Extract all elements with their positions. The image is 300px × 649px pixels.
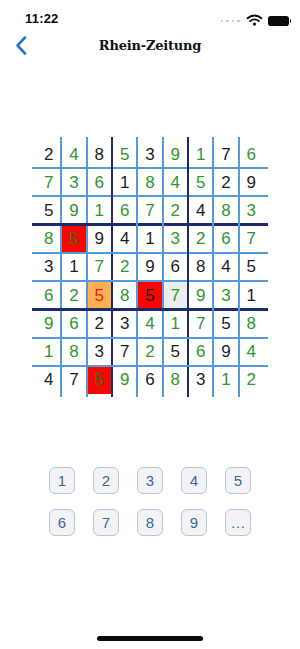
cell-r3c9[interactable]: 3 (239, 196, 264, 224)
cell-r2c5[interactable]: 8 (137, 168, 162, 196)
key-2[interactable]: 2 (93, 467, 119, 494)
cell-value: 1 (44, 343, 53, 360)
cell-value: 3 (95, 343, 104, 360)
cell-r8c6[interactable]: 5 (163, 338, 188, 366)
cell-value: 1 (95, 202, 104, 219)
cell-r6c6[interactable]: 7 (163, 281, 188, 309)
cell-r2c8[interactable]: 2 (213, 168, 238, 196)
cell-r2c7[interactable]: 5 (188, 168, 213, 196)
cell-value: 4 (221, 258, 230, 275)
cell-value: 8 (221, 202, 230, 219)
cell-r5c3[interactable]: 7 (87, 253, 112, 281)
cell-r7c3[interactable]: 2 (87, 309, 112, 337)
cell-value: 6 (221, 230, 230, 247)
cell-value: 4 (120, 230, 129, 247)
cell-value: 8 (247, 315, 256, 332)
status-icons (221, 12, 289, 30)
cell-value: 3 (171, 230, 180, 247)
cell-value: 5 (145, 287, 154, 304)
cell-value: 2 (145, 343, 154, 360)
cell-r9c2[interactable]: 7 (61, 366, 86, 394)
cell-value: 8 (95, 146, 104, 163)
cell-r6c5[interactable]: 5 (137, 281, 162, 309)
cell-r9c4[interactable]: 9 (112, 366, 137, 394)
cell-r3c3[interactable]: 1 (87, 196, 112, 224)
cell-r1c4[interactable]: 5 (112, 140, 137, 168)
cell-r1c3[interactable]: 8 (87, 140, 112, 168)
cell-value: 3 (221, 287, 230, 304)
cell-r4c8[interactable]: 6 (213, 225, 238, 253)
cell-r7c9[interactable]: 8 (239, 309, 264, 337)
cell-r7c1[interactable]: 9 (36, 309, 61, 337)
cell-r5c8[interactable]: 4 (213, 253, 238, 281)
cell-value: 4 (247, 343, 256, 360)
cell-r5c2[interactable]: 1 (61, 253, 86, 281)
cell-value: 3 (196, 371, 205, 388)
cell-r9c1[interactable]: 4 (36, 366, 61, 394)
cell-r8c3[interactable]: 3 (87, 338, 112, 366)
cell-value: 4 (171, 174, 180, 191)
key-9[interactable]: 9 (181, 509, 207, 536)
cell-r6c4[interactable]: 8 (112, 281, 137, 309)
cell-value: 7 (69, 371, 78, 388)
key-3[interactable]: 3 (137, 467, 163, 494)
keypad-row: 6789… (0, 509, 300, 536)
cell-r4c7[interactable]: 2 (188, 225, 213, 253)
cell-value: 1 (145, 230, 154, 247)
cell-r3c2[interactable]: 9 (61, 196, 86, 224)
cell-value: 5 (95, 371, 104, 388)
cell-value: 2 (171, 202, 180, 219)
cell-r3c7[interactable]: 4 (188, 196, 213, 224)
cell-value: 4 (196, 202, 205, 219)
cell-value: 2 (44, 146, 53, 163)
cell-value: 7 (221, 146, 230, 163)
cell-value: 9 (95, 230, 104, 247)
cell-r7c8[interactable]: 5 (213, 309, 238, 337)
cell-value: 5 (221, 315, 230, 332)
cell-value: 2 (221, 174, 230, 191)
cell-r6c7[interactable]: 9 (188, 281, 213, 309)
key-5[interactable]: 5 (225, 467, 251, 494)
cell-r8c1[interactable]: 1 (36, 338, 61, 366)
key-4[interactable]: 4 (181, 467, 207, 494)
cell-value: 9 (247, 174, 256, 191)
cell-value: 1 (221, 371, 230, 388)
cell-value: 7 (247, 230, 256, 247)
cell-value: 2 (247, 371, 256, 388)
cell-r7c7[interactable]: 7 (188, 309, 213, 337)
cell-r5c6[interactable]: 6 (163, 253, 188, 281)
cell-value: 6 (69, 315, 78, 332)
cell-r1c9[interactable]: 6 (239, 140, 264, 168)
cell-r3c6[interactable]: 2 (163, 196, 188, 224)
cell-value: 6 (247, 146, 256, 163)
cell-value: 9 (120, 371, 129, 388)
cell-r1c2[interactable]: 4 (61, 140, 86, 168)
cell-value: 7 (44, 174, 53, 191)
cell-r4c4[interactable]: 4 (112, 225, 137, 253)
cell-value: 6 (44, 287, 53, 304)
cell-value: 3 (247, 202, 256, 219)
cell-value: 4 (145, 315, 154, 332)
cell-r9c8[interactable]: 1 (213, 366, 238, 394)
sudoku-board: 2485391767361845295916724838594132673172… (36, 140, 264, 394)
cell-value: 3 (145, 146, 154, 163)
cell-value: 7 (120, 343, 129, 360)
cell-value: 6 (171, 258, 180, 275)
cell-value: 7 (196, 315, 205, 332)
cell-value: 9 (171, 146, 180, 163)
cell-value: 8 (171, 371, 180, 388)
key-7[interactable]: 7 (93, 509, 119, 536)
cell-r4c2[interactable]: 5 (61, 225, 86, 253)
cell-r8c4[interactable]: 7 (112, 338, 137, 366)
cell-value: 1 (196, 146, 205, 163)
home-indicator[interactable] (97, 636, 203, 641)
cell-value: 6 (196, 343, 205, 360)
cell-value: 9 (196, 287, 205, 304)
cell-r7c6[interactable]: 1 (163, 309, 188, 337)
number-keypad: 123456789… (0, 467, 300, 536)
cell-r9c7[interactable]: 3 (188, 366, 213, 394)
cell-value: 1 (247, 287, 256, 304)
cell-value: 6 (120, 202, 129, 219)
cell-value: 5 (69, 230, 78, 247)
cell-r1c6[interactable]: 9 (163, 140, 188, 168)
cell-value: 1 (171, 315, 180, 332)
cell-r7c2[interactable]: 6 (61, 309, 86, 337)
cell-value: 2 (69, 287, 78, 304)
cell-r3c5[interactable]: 7 (137, 196, 162, 224)
cell-value: 7 (171, 287, 180, 304)
cell-r6c8[interactable]: 3 (213, 281, 238, 309)
cell-value: 9 (69, 202, 78, 219)
cell-value: 8 (145, 174, 154, 191)
cell-r8c2[interactable]: 8 (61, 338, 86, 366)
cell-r4c3[interactable]: 9 (87, 225, 112, 253)
cell-r4c6[interactable]: 3 (163, 225, 188, 253)
cell-r6c1[interactable]: 6 (36, 281, 61, 309)
cell-r1c1[interactable]: 2 (36, 140, 61, 168)
cell-value: 8 (120, 287, 129, 304)
cell-value: 5 (247, 258, 256, 275)
cell-r1c8[interactable]: 7 (213, 140, 238, 168)
cell-r6c2[interactable]: 2 (61, 281, 86, 309)
keypad-row: 12345 (0, 467, 300, 494)
cell-r5c7[interactable]: 8 (188, 253, 213, 281)
key-more[interactable]: … (225, 509, 251, 536)
key-6[interactable]: 6 (49, 509, 75, 536)
cell-r5c1[interactable]: 3 (36, 253, 61, 281)
cell-value: 7 (145, 202, 154, 219)
cell-r4c1[interactable]: 8 (36, 225, 61, 253)
cell-r7c5[interactable]: 4 (137, 309, 162, 337)
cell-value: 5 (95, 287, 104, 304)
cell-r2c3[interactable]: 6 (87, 168, 112, 196)
cell-r4c9[interactable]: 7 (239, 225, 264, 253)
cell-r9c3[interactable]: 5 (87, 366, 112, 394)
cell-value: 9 (145, 258, 154, 275)
cell-value: 8 (196, 258, 205, 275)
navigation-bar: Rhein-Zeitung (0, 32, 300, 62)
cell-r9c6[interactable]: 8 (163, 366, 188, 394)
cell-value: 2 (120, 258, 129, 275)
cell-r5c5[interactable]: 9 (137, 253, 162, 281)
cell-r1c7[interactable]: 1 (188, 140, 213, 168)
status-bar: 11:22 (0, 0, 300, 32)
cell-value: 5 (196, 174, 205, 191)
cell-r8c9[interactable]: 4 (239, 338, 264, 366)
page-title: Rhein-Zeitung (0, 38, 300, 53)
cell-r8c5[interactable]: 2 (137, 338, 162, 366)
cell-r2c2[interactable]: 3 (61, 168, 86, 196)
cell-r6c9[interactable]: 1 (239, 281, 264, 309)
cell-r5c4[interactable]: 2 (112, 253, 137, 281)
cell-r1c5[interactable]: 3 (137, 140, 162, 168)
cellular-signal-icon (221, 20, 240, 23)
cell-value: 8 (44, 230, 53, 247)
cell-value: 3 (69, 174, 78, 191)
cell-value: 4 (69, 146, 78, 163)
cell-value: 8 (69, 343, 78, 360)
cell-r2c1[interactable]: 7 (36, 168, 61, 196)
cell-value: 2 (95, 315, 104, 332)
cell-value: 5 (171, 343, 180, 360)
wifi-icon (246, 12, 263, 30)
cell-r2c9[interactable]: 9 (239, 168, 264, 196)
cell-value: 6 (145, 371, 154, 388)
cell-r2c6[interactable]: 4 (163, 168, 188, 196)
cell-value: 5 (120, 146, 129, 163)
cell-value: 6 (95, 174, 104, 191)
key-8[interactable]: 8 (137, 509, 163, 536)
cell-value: 1 (120, 174, 129, 191)
cell-r5c9[interactable]: 5 (239, 253, 264, 281)
cell-r2c4[interactable]: 1 (112, 168, 137, 196)
cell-value: 3 (44, 258, 53, 275)
cell-value: 9 (221, 343, 230, 360)
cell-r4c5[interactable]: 1 (137, 225, 162, 253)
cell-r9c9[interactable]: 2 (239, 366, 264, 394)
cell-value: 2 (196, 230, 205, 247)
cell-r7c4[interactable]: 3 (112, 309, 137, 337)
cell-value: 1 (69, 258, 78, 275)
cell-value: 3 (120, 315, 129, 332)
battery-icon (268, 16, 289, 27)
cell-value: 4 (44, 371, 53, 388)
cell-value: 5 (44, 202, 53, 219)
cell-r8c8[interactable]: 9 (213, 338, 238, 366)
cell-value: 7 (95, 258, 104, 275)
clock: 11:22 (25, 11, 59, 26)
cell-r3c1[interactable]: 5 (36, 196, 61, 224)
cell-r8c7[interactable]: 6 (188, 338, 213, 366)
cell-r6c3[interactable]: 5 (87, 281, 112, 309)
cell-r3c8[interactable]: 8 (213, 196, 238, 224)
cell-r3c4[interactable]: 6 (112, 196, 137, 224)
key-1[interactable]: 1 (49, 467, 75, 494)
cell-value: 9 (44, 315, 53, 332)
cell-r9c5[interactable]: 6 (137, 366, 162, 394)
